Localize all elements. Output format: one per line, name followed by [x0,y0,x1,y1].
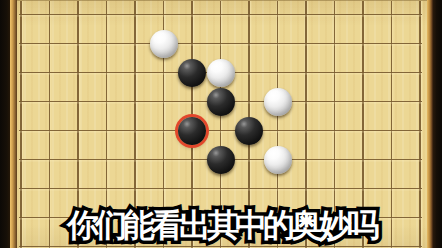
stone-white-f10 [150,30,178,58]
gomoku-app-screen: 你们能看出其中的奥妙吗 [0,0,442,248]
stone-black-g7-last-move [178,117,206,145]
stone-black-i7 [235,117,263,145]
stone-white-j6 [264,146,292,174]
grid-horizontal-line [19,14,422,16]
stone-white-j8 [264,88,292,116]
stone-white-h9 [207,59,235,87]
stone-black-g9 [178,59,206,87]
stone-black-h6 [207,146,235,174]
grid-horizontal-line [19,188,422,190]
video-caption: 你们能看出其中的奥妙吗 [0,205,442,248]
grid-horizontal-line [19,43,422,45]
grid-horizontal-line [19,130,422,132]
stone-black-h8 [207,88,235,116]
